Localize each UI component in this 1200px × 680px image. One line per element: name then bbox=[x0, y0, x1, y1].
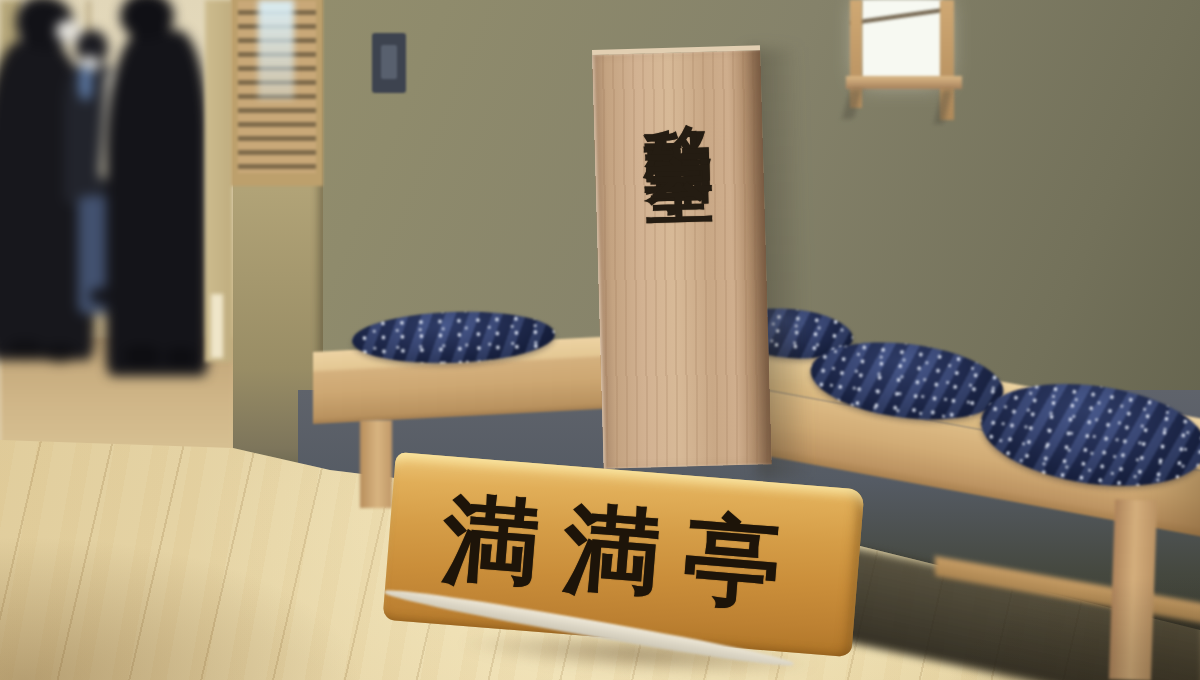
light-switch-plate bbox=[372, 33, 406, 93]
shoji-window-sill bbox=[846, 76, 962, 89]
hallway-right-frame-highlight bbox=[211, 294, 223, 358]
light-switch-rocker bbox=[381, 45, 397, 79]
person-3-shoe bbox=[166, 348, 196, 366]
person-1-face-mask bbox=[56, 20, 80, 42]
left-bench-leg bbox=[360, 420, 392, 508]
transom-light-pane bbox=[258, 0, 294, 100]
right-bench-leg bbox=[1109, 499, 1157, 680]
person-3-shoe bbox=[124, 346, 160, 366]
vertical-wood-sign: 移動知事室 bbox=[592, 45, 772, 469]
person-3-suit-body bbox=[106, 30, 208, 376]
person-1-shoe bbox=[44, 344, 76, 362]
person-1-shoe bbox=[8, 340, 42, 360]
person-2-blue-shirt bbox=[79, 66, 92, 100]
waiting-room-photo: 移動知事室 満満亭 bbox=[0, 0, 1200, 680]
vertical-sign-calligraphy: 移動知事室 bbox=[640, 52, 724, 468]
blurred-people-group bbox=[0, 0, 233, 472]
hallway bbox=[0, 0, 233, 472]
